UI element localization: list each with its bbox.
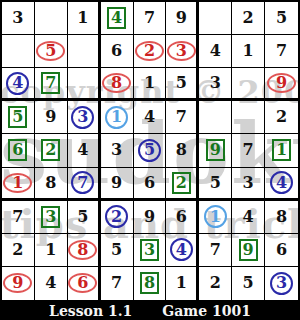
cell-r8c2[interactable]: 1 — [35, 234, 68, 267]
cell-r3c5[interactable]: 1 — [134, 68, 167, 101]
digit: 4 — [77, 142, 88, 158]
cell-r4c5[interactable]: 4 — [134, 101, 167, 134]
cell-r2c8[interactable]: 1 — [232, 35, 265, 68]
green-square-marker: 4 — [107, 7, 126, 29]
digit: 7 — [144, 10, 155, 26]
digit: 3 — [111, 142, 122, 158]
digit: 6 — [77, 275, 88, 291]
cell-r3c8[interactable] — [232, 68, 265, 101]
digit: 4 — [45, 275, 56, 291]
cell-r2c4[interactable]: 6 — [101, 35, 134, 68]
cell-r2c6[interactable]: 3 — [166, 35, 199, 68]
digit: 5 — [276, 10, 287, 26]
cell-r4c1[interactable]: 5 — [2, 101, 35, 134]
cell-r3c6[interactable]: 5 — [166, 68, 199, 101]
digit: 7 — [45, 75, 56, 91]
cell-r9c2[interactable]: 4 — [35, 267, 68, 300]
cell-r2c7[interactable]: 4 — [199, 35, 232, 68]
digit: 9 — [111, 175, 122, 191]
digit: 7 — [77, 175, 88, 191]
green-square-marker: 1 — [272, 139, 291, 161]
digit: 7 — [111, 275, 122, 291]
digit: 8 — [276, 209, 287, 225]
cell-r6c2[interactable]: 8 — [35, 168, 68, 201]
digit: 9 — [12, 275, 23, 291]
cell-r9c1[interactable]: 9 — [2, 267, 35, 300]
cell-r6c6[interactable]: 2 — [166, 168, 199, 201]
digit: 6 — [176, 209, 187, 225]
cell-r8c9[interactable]: 6 — [265, 234, 298, 267]
cell-r5c6[interactable]: 8 — [166, 134, 199, 167]
digit: 2 — [144, 43, 155, 59]
digit: 5 — [210, 175, 221, 191]
green-square-marker: 2 — [41, 139, 60, 161]
green-square-marker: 3 — [41, 206, 60, 228]
red-oval-marker: 9 — [267, 73, 296, 93]
cell-r8c4[interactable]: 5 — [101, 234, 134, 267]
cell-r7c5[interactable]: 9 — [134, 201, 167, 234]
cell-r8c8[interactable]: 9 — [232, 234, 265, 267]
cell-r1c2[interactable] — [35, 2, 68, 35]
green-square-marker: 3 — [140, 239, 159, 261]
cell-r9c9[interactable]: 3 — [265, 267, 298, 300]
cell-r2c2[interactable]: 5 — [35, 35, 68, 68]
digit: 8 — [111, 75, 122, 91]
digit: 4 — [210, 43, 221, 59]
red-oval-marker: 8 — [102, 73, 131, 93]
cell-r2c5[interactable]: 2 — [134, 35, 167, 68]
blue-circle-marker: 4 — [6, 72, 29, 95]
cell-r3c2[interactable]: 7 — [35, 68, 68, 101]
digit: 8 — [176, 142, 187, 158]
cell-r1c5[interactable]: 7 — [134, 2, 167, 35]
digit: 4 — [111, 10, 122, 26]
green-square-marker: 9 — [206, 139, 225, 161]
digit: 1 — [45, 242, 56, 258]
digit: 2 — [12, 242, 23, 258]
digit: 3 — [12, 10, 23, 26]
cell-r7c9[interactable]: 8 — [265, 201, 298, 234]
cell-r4c2[interactable]: 9 — [35, 101, 68, 134]
digit: 9 — [210, 142, 221, 158]
digit: 9 — [276, 75, 287, 91]
cell-r4c7[interactable] — [199, 101, 232, 134]
digit: 8 — [45, 175, 56, 191]
digit: 4 — [276, 175, 287, 191]
red-oval-marker: 3 — [167, 41, 196, 61]
cell-r9c3[interactable]: 6 — [68, 267, 101, 300]
cell-r5c7[interactable]: 9 — [199, 134, 232, 167]
cell-r9c8[interactable]: 5 — [232, 267, 265, 300]
cell-r7c7[interactable]: 1 — [199, 201, 232, 234]
cell-r4c4[interactable]: 1 — [101, 101, 134, 134]
green-square-marker: 9 — [239, 239, 258, 261]
cell-r2c3[interactable] — [68, 35, 101, 68]
green-square-marker: 5 — [8, 106, 27, 128]
digit: 5 — [111, 242, 122, 258]
cell-r4c3[interactable]: 3 — [68, 101, 101, 134]
cell-r5c8[interactable]: 7 — [232, 134, 265, 167]
digit: 3 — [77, 109, 88, 125]
cell-r8c3[interactable]: 8 — [68, 234, 101, 267]
digit: 7 — [210, 242, 221, 258]
lesson-label: Lesson 1.1 — [49, 304, 132, 318]
digit: 5 — [12, 109, 23, 125]
cell-r9c7[interactable]: 2 — [199, 267, 232, 300]
cell-r6c3[interactable]: 7 — [68, 168, 101, 201]
digit: 7 — [243, 142, 254, 158]
cell-r6c5[interactable]: 6 — [134, 168, 167, 201]
cell-r1c4[interactable]: 4 — [101, 2, 134, 35]
red-oval-marker: 2 — [135, 41, 164, 61]
sudoku-page: copyright © 2007 sudoku tips and tricks … — [0, 0, 300, 320]
cell-r7c1[interactable]: 7 — [2, 201, 35, 234]
digit: 8 — [77, 242, 88, 258]
digit: 9 — [144, 209, 155, 225]
digit: 5 — [45, 43, 56, 59]
cell-r1c3[interactable]: 1 — [68, 2, 101, 35]
red-oval-marker: 9 — [3, 273, 32, 293]
blue-circle-marker: 4 — [270, 171, 293, 194]
cell-r4c6[interactable]: 7 — [166, 101, 199, 134]
digit: 9 — [176, 10, 187, 26]
red-oval-marker: 5 — [36, 41, 65, 61]
digit: 1 — [276, 142, 287, 158]
digit: 6 — [144, 175, 155, 191]
cell-r6c7[interactable]: 5 — [199, 168, 232, 201]
digit: 5 — [243, 275, 254, 291]
cell-r7c6[interactable]: 6 — [166, 201, 199, 234]
cell-r3c9[interactable]: 9 — [265, 68, 298, 101]
green-square-marker: 2 — [172, 172, 191, 194]
digit: 6 — [12, 142, 23, 158]
cell-r7c3[interactable]: 5 — [68, 201, 101, 234]
cell-r5c4[interactable]: 3 — [101, 134, 134, 167]
cell-r5c1[interactable]: 6 — [2, 134, 35, 167]
digit: 4 — [176, 242, 187, 258]
digit: 7 — [12, 209, 23, 225]
digit: 9 — [243, 242, 254, 258]
blue-circle-marker: 2 — [105, 205, 128, 228]
cell-r4c9[interactable]: 2 — [265, 101, 298, 134]
cell-r1c9[interactable]: 5 — [265, 2, 298, 35]
digit: 3 — [45, 209, 56, 225]
cell-r9c6[interactable]: 1 — [166, 267, 199, 300]
cell-r6c4[interactable]: 9 — [101, 168, 134, 201]
cell-r2c9[interactable]: 7 — [265, 35, 298, 68]
red-oval-marker: 8 — [68, 240, 97, 260]
blue-circle-marker: 5 — [138, 139, 161, 162]
blue-circle-marker: 4 — [170, 238, 193, 261]
cell-r8c5[interactable]: 3 — [134, 234, 167, 267]
cell-r7c2[interactable]: 3 — [35, 201, 68, 234]
digit: 1 — [176, 275, 187, 291]
cell-r1c1[interactable]: 3 — [2, 2, 35, 35]
digit: 8 — [144, 275, 155, 291]
cell-r8c7[interactable]: 7 — [199, 234, 232, 267]
blue-circle-marker: 3 — [71, 106, 94, 129]
cell-r5c9[interactable]: 1 — [265, 134, 298, 167]
digit: 2 — [243, 10, 254, 26]
cell-r5c2[interactable]: 2 — [35, 134, 68, 167]
cell-r5c5[interactable]: 5 — [134, 134, 167, 167]
cell-r8c6[interactable]: 4 — [166, 234, 199, 267]
game-label: Game 1001 — [162, 304, 251, 318]
digit: 3 — [210, 75, 221, 91]
cell-r3c3[interactable] — [68, 68, 101, 101]
green-square-marker: 8 — [140, 272, 159, 294]
digit: 6 — [111, 43, 122, 59]
digit: 5 — [77, 209, 88, 225]
digit: 1 — [111, 109, 122, 125]
cell-r6c9[interactable]: 4 — [265, 168, 298, 201]
cell-r4c8[interactable] — [232, 101, 265, 134]
digit: 1 — [210, 209, 221, 225]
sudoku-grid: 3147925562341747815395931472624358971187… — [0, 0, 300, 302]
cell-r7c4[interactable]: 2 — [101, 201, 134, 234]
digit: 1 — [12, 175, 23, 191]
green-square-marker: 6 — [8, 139, 27, 161]
digit: 4 — [243, 209, 254, 225]
footer-bar: Lesson 1.1 Game 1001 — [0, 302, 300, 320]
digit: 4 — [144, 109, 155, 125]
blue-circle-marker: 3 — [270, 272, 293, 295]
blue-circle-marker: 7 — [71, 171, 94, 194]
cell-r5c3[interactable]: 4 — [68, 134, 101, 167]
digit: 6 — [276, 242, 287, 258]
cell-r6c8[interactable]: 3 — [232, 168, 265, 201]
cell-r3c7[interactable]: 3 — [199, 68, 232, 101]
digit: 3 — [176, 43, 187, 59]
digit: 2 — [111, 209, 122, 225]
digit: 9 — [45, 109, 56, 125]
digit: 7 — [276, 43, 287, 59]
digit: 5 — [176, 75, 187, 91]
digit: 3 — [276, 275, 287, 291]
cell-r1c8[interactable]: 2 — [232, 2, 265, 35]
digit: 2 — [176, 175, 187, 191]
cell-r8c1[interactable]: 2 — [2, 234, 35, 267]
cell-r2c1[interactable] — [2, 35, 35, 68]
lightblue-circle-marker: 1 — [204, 205, 227, 228]
cell-r1c6[interactable]: 9 — [166, 2, 199, 35]
red-oval-marker: 6 — [68, 273, 97, 293]
digit: 2 — [210, 275, 221, 291]
cell-r1c7[interactable] — [199, 2, 232, 35]
red-oval-marker: 1 — [3, 173, 32, 193]
digit: 2 — [276, 109, 287, 125]
cell-r9c5[interactable]: 8 — [134, 267, 167, 300]
cell-r6c1[interactable]: 1 — [2, 168, 35, 201]
digit: 7 — [176, 109, 187, 125]
digit: 1 — [243, 43, 254, 59]
digit: 1 — [144, 75, 155, 91]
digit: 3 — [243, 175, 254, 191]
digit: 3 — [144, 242, 155, 258]
digit: 2 — [45, 142, 56, 158]
digit: 1 — [77, 10, 88, 26]
digit: 5 — [144, 142, 155, 158]
cell-r7c8[interactable]: 4 — [232, 201, 265, 234]
digit: 4 — [12, 75, 23, 91]
sudoku-board: copyright © 2007 sudoku tips and tricks … — [0, 0, 300, 302]
cell-r3c1[interactable]: 4 — [2, 68, 35, 101]
green-square-marker: 7 — [41, 72, 60, 94]
cell-r3c4[interactable]: 8 — [101, 68, 134, 101]
cell-r9c4[interactable]: 7 — [101, 267, 134, 300]
lightblue-circle-marker: 1 — [105, 106, 128, 129]
